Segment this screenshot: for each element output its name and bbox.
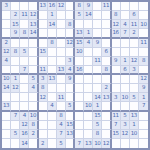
cell-r16c16[interactable] — [139, 139, 148, 148]
cell-r8c11[interactable] — [93, 66, 102, 75]
cell-r13c6[interactable] — [48, 112, 57, 121]
cell-r7c15[interactable]: 12 — [130, 57, 139, 66]
cell-r6c3[interactable]: 5 — [20, 48, 29, 57]
cell-r14c6[interactable] — [48, 121, 57, 130]
cell-r3c10[interactable] — [84, 20, 93, 29]
cell-r6c5[interactable]: 15 — [39, 48, 48, 57]
cell-r13c14[interactable]: 5 — [121, 112, 130, 121]
cell-r15c16[interactable] — [139, 130, 148, 139]
cell-r8c12[interactable]: 8 — [102, 66, 111, 75]
cell-r1c6[interactable]: 16 — [48, 2, 57, 11]
cell-r3c7[interactable] — [57, 20, 66, 29]
cell-r2c16[interactable] — [139, 11, 148, 20]
cell-r10c15[interactable] — [130, 84, 139, 93]
cell-r2c10[interactable]: 14 — [84, 11, 93, 20]
cell-r13c9[interactable] — [75, 112, 84, 121]
cell-r3c4[interactable]: 13 — [29, 20, 38, 29]
cell-r12c13[interactable] — [112, 102, 121, 111]
cell-r16c2[interactable] — [11, 139, 20, 148]
cell-r16c5[interactable]: 2 — [39, 139, 48, 148]
cell-r16c6[interactable] — [48, 139, 57, 148]
cell-r6c14[interactable] — [121, 48, 130, 57]
cell-r13c2[interactable]: 7 — [11, 112, 20, 121]
cell-r1c7[interactable]: 12 — [57, 2, 66, 11]
cell-r14c2[interactable] — [11, 121, 20, 130]
cell-r5c9[interactable]: 15 — [75, 39, 84, 48]
cell-r10c13[interactable] — [112, 84, 121, 93]
cell-r2c9[interactable]: 5 — [75, 11, 84, 20]
cell-r2c8[interactable] — [66, 11, 75, 20]
cell-r5c10[interactable]: 4 — [84, 39, 93, 48]
cell-r14c3[interactable]: 12 — [20, 121, 29, 130]
cell-r8c15[interactable]: 3 — [130, 66, 139, 75]
cell-r14c4[interactable]: 8 — [29, 121, 38, 130]
cell-r1c2[interactable] — [11, 2, 20, 11]
cell-r3c9[interactable] — [75, 20, 84, 29]
cell-r15c11[interactable]: 8 — [93, 130, 102, 139]
cell-r14c10[interactable] — [84, 121, 93, 130]
cell-r1c10[interactable]: 9 — [84, 2, 93, 11]
cell-r12c16[interactable]: 7 — [139, 102, 148, 111]
cell-r2c4[interactable]: 12 — [29, 11, 38, 20]
cell-r9c12[interactable] — [102, 75, 111, 84]
cell-r8c4[interactable] — [29, 66, 38, 75]
cell-r11c11[interactable]: 14 — [93, 93, 102, 102]
cell-r11c2[interactable] — [11, 93, 20, 102]
cell-r15c13[interactable]: 15 — [112, 130, 121, 139]
cell-r1c13[interactable] — [112, 2, 121, 11]
cell-r15c8[interactable]: 13 — [66, 130, 75, 139]
cell-r12c1[interactable]: 13 — [2, 102, 11, 111]
cell-r3c5[interactable] — [39, 20, 48, 29]
cell-r2c12[interactable] — [102, 11, 111, 20]
cell-r1c11[interactable] — [93, 2, 102, 11]
cell-r3c11[interactable] — [93, 20, 102, 29]
cell-r13c11[interactable]: 15 — [93, 112, 102, 121]
cell-r10c11[interactable] — [93, 84, 102, 93]
cell-r4c14[interactable]: 7 — [121, 29, 130, 38]
cell-r9c6[interactable]: 13 — [48, 75, 57, 84]
cell-r14c9[interactable] — [75, 121, 84, 130]
cell-r10c14[interactable] — [121, 84, 130, 93]
cell-r1c12[interactable]: 11 — [102, 2, 111, 11]
cell-r13c5[interactable] — [39, 112, 48, 121]
cell-r3c15[interactable]: 11 — [130, 20, 139, 29]
cell-r11c5[interactable]: 12 — [39, 93, 48, 102]
cell-r12c14[interactable] — [121, 102, 130, 111]
cell-r4c8[interactable] — [66, 29, 75, 38]
cell-r3c1[interactable] — [2, 20, 11, 29]
cell-r4c16[interactable] — [139, 29, 148, 38]
cell-r6c15[interactable] — [130, 48, 139, 57]
cell-r7c3[interactable] — [20, 57, 29, 66]
cell-r8c8[interactable]: 4 — [66, 66, 75, 75]
cell-r5c12[interactable] — [102, 39, 111, 48]
cell-r2c1[interactable] — [2, 11, 11, 20]
cell-r15c1[interactable] — [2, 130, 11, 139]
cell-r15c15[interactable]: 10 — [130, 130, 139, 139]
cell-r1c14[interactable] — [121, 2, 130, 11]
cell-r15c10[interactable] — [84, 130, 93, 139]
cell-r8c9[interactable]: 16 — [75, 66, 84, 75]
cell-r1c1[interactable]: 3 — [2, 2, 11, 11]
cell-r8c1[interactable] — [2, 66, 11, 75]
cell-r3c13[interactable]: 12 — [112, 20, 121, 29]
cell-r4c3[interactable]: 8 — [20, 29, 29, 38]
cell-r9c7[interactable] — [57, 75, 66, 84]
cell-r9c8[interactable]: 9 — [66, 75, 75, 84]
cell-r4c10[interactable]: 1 — [84, 29, 93, 38]
cell-r12c6[interactable]: 4 — [48, 102, 57, 111]
cell-r3c16[interactable]: 10 — [139, 20, 148, 29]
cell-r6c16[interactable] — [139, 48, 148, 57]
cell-r6c9[interactable]: 10 — [75, 48, 84, 57]
cell-r16c1[interactable] — [2, 139, 11, 148]
cell-r9c14[interactable] — [121, 75, 130, 84]
cell-r10c1[interactable]: 14 — [2, 84, 11, 93]
cell-r5c1[interactable]: 2 — [2, 39, 11, 48]
cell-r11c3[interactable] — [20, 93, 29, 102]
cell-r6c4[interactable] — [29, 48, 38, 57]
cell-r14c12[interactable] — [102, 121, 111, 130]
cell-r4c2[interactable]: 9 — [11, 29, 20, 38]
cell-r11c13[interactable]: 3 — [112, 93, 121, 102]
cell-r16c11[interactable]: 10 — [93, 139, 102, 148]
cell-r10c10[interactable] — [84, 84, 93, 93]
cell-r9c9[interactable] — [75, 75, 84, 84]
cell-r13c13[interactable]: 11 — [112, 112, 121, 121]
cell-r13c10[interactable] — [84, 112, 93, 121]
cell-r9c3[interactable] — [20, 75, 29, 84]
cell-r8c14[interactable]: 6 — [121, 66, 130, 75]
cell-r10c12[interactable]: 2 — [102, 84, 111, 93]
cell-r7c2[interactable] — [11, 57, 20, 66]
cell-r5c4[interactable] — [29, 39, 38, 48]
cell-r6c13[interactable] — [112, 48, 121, 57]
cell-r5c11[interactable]: 9 — [93, 39, 102, 48]
cell-r6c1[interactable]: 12 — [2, 48, 11, 57]
cell-r11c14[interactable]: 10 — [121, 93, 130, 102]
cell-r2c6[interactable]: 1 — [48, 11, 57, 20]
cell-r8c16[interactable] — [139, 66, 148, 75]
cell-r2c7[interactable] — [57, 11, 66, 20]
cell-r5c5[interactable] — [39, 39, 48, 48]
board: 3131612891121112151486151314812411109814… — [0, 0, 150, 150]
cell-r13c15[interactable]: 13 — [130, 112, 139, 121]
cell-r7c9[interactable] — [75, 57, 84, 66]
cell-r6c12[interactable]: 6 — [102, 48, 111, 57]
cell-r11c8[interactable] — [66, 93, 75, 102]
cell-r16c10[interactable]: 13 — [84, 139, 93, 148]
cell-r11c4[interactable] — [29, 93, 38, 102]
cell-r12c15[interactable] — [130, 102, 139, 111]
cell-r16c4[interactable] — [29, 139, 38, 148]
cell-r14c14[interactable]: 3 — [121, 121, 130, 130]
cell-r15c9[interactable] — [75, 130, 84, 139]
cell-r7c12[interactable] — [102, 57, 111, 66]
cell-r1c9[interactable]: 8 — [75, 2, 84, 11]
cell-r6c8[interactable] — [66, 48, 75, 57]
cell-r8c5[interactable]: 11 — [39, 66, 48, 75]
cell-r14c1[interactable] — [2, 121, 11, 130]
cell-r10c7[interactable] — [57, 84, 66, 93]
cell-r8c2[interactable] — [11, 66, 20, 75]
cell-r7c16[interactable]: 8 — [139, 57, 148, 66]
cell-r8c13[interactable] — [112, 66, 121, 75]
cell-r5c16[interactable]: 11 — [139, 39, 148, 48]
cell-r15c3[interactable]: 16 — [20, 130, 29, 139]
cell-r5c2[interactable] — [11, 39, 20, 48]
cell-r12c11[interactable]: 1 — [93, 102, 102, 111]
cell-r2c5[interactable] — [39, 11, 48, 20]
cell-r11c7[interactable]: 11 — [57, 93, 66, 102]
cell-r13c12[interactable] — [102, 112, 111, 121]
cell-r4c13[interactable]: 16 — [112, 29, 121, 38]
cell-r13c8[interactable] — [66, 112, 75, 121]
cell-r2c2[interactable]: 2 — [11, 11, 20, 20]
cell-r11c6[interactable] — [48, 93, 57, 102]
cell-r14c7[interactable]: 4 — [57, 121, 66, 130]
cell-r13c4[interactable]: 10 — [29, 112, 38, 121]
cell-r3c2[interactable]: 15 — [11, 20, 20, 29]
cell-r5c15[interactable] — [130, 39, 139, 48]
cell-r9c4[interactable]: 5 — [29, 75, 38, 84]
cell-r7c1[interactable]: 4 — [2, 57, 11, 66]
cell-r8c3[interactable]: 7 — [20, 66, 29, 75]
cell-r16c3[interactable]: 14 — [20, 139, 29, 148]
cell-r9c16[interactable]: 12 — [139, 75, 148, 84]
cell-r4c9[interactable]: 13 — [75, 29, 84, 38]
cell-r9c1[interactable]: 10 — [2, 75, 11, 84]
cell-r10c6[interactable] — [48, 84, 57, 93]
cell-r9c5[interactable]: 3 — [39, 75, 48, 84]
cell-r15c7[interactable]: 7 — [57, 130, 66, 139]
cell-r15c2[interactable]: 5 — [11, 130, 20, 139]
cell-r14c15[interactable]: 1 — [130, 121, 139, 130]
sudoku-stage: 3131612891121112151486151314812411109814… — [0, 0, 150, 150]
cell-r10c8[interactable] — [66, 84, 75, 93]
cell-r12c8[interactable]: 5 — [66, 102, 75, 111]
cell-r15c12[interactable] — [102, 130, 111, 139]
cell-r11c1[interactable] — [2, 93, 11, 102]
cell-r3c12[interactable] — [102, 20, 111, 29]
cell-r7c5[interactable] — [39, 57, 48, 66]
cell-r16c9[interactable]: 7 — [75, 139, 84, 148]
cell-r14c5[interactable] — [39, 121, 48, 130]
cell-r7c6[interactable] — [48, 57, 57, 66]
cell-r2c14[interactable] — [121, 11, 130, 20]
cell-r9c10[interactable] — [84, 75, 93, 84]
cell-r15c4[interactable]: 2 — [29, 130, 38, 139]
cell-r10c2[interactable]: 12 — [11, 84, 20, 93]
cell-r5c3[interactable] — [20, 39, 29, 48]
cell-r11c16[interactable]: 1 — [139, 93, 148, 102]
cell-r16c14[interactable] — [121, 139, 130, 148]
cell-r4c1[interactable] — [2, 29, 11, 38]
cell-r7c7[interactable] — [57, 57, 66, 66]
cell-r16c7[interactable]: 5 — [57, 139, 66, 148]
cell-r7c8[interactable]: 3 — [66, 57, 75, 66]
cell-r1c16[interactable] — [139, 2, 148, 11]
cell-r12c12[interactable] — [102, 102, 111, 111]
cell-r5c14[interactable] — [121, 39, 130, 48]
cell-r10c16[interactable]: 9 — [139, 84, 148, 93]
cell-r5c8[interactable]: 12 — [66, 39, 75, 48]
cell-r1c3[interactable] — [20, 2, 29, 11]
cell-r3c8[interactable]: 8 — [66, 20, 75, 29]
cell-r6c2[interactable]: 8 — [11, 48, 20, 57]
cell-r16c12[interactable]: 12 — [102, 139, 111, 148]
cell-r11c12[interactable]: 13 — [102, 93, 111, 102]
cell-r14c13[interactable]: 7 — [112, 121, 121, 130]
cell-r7c14[interactable]: 1 — [121, 57, 130, 66]
cell-r9c15[interactable] — [130, 75, 139, 84]
cell-r6c11[interactable] — [93, 48, 102, 57]
cell-r12c3[interactable] — [20, 102, 29, 111]
cell-r13c7[interactable]: 8 — [57, 112, 66, 121]
cell-r10c5[interactable]: 8 — [39, 84, 48, 93]
cell-r4c4[interactable]: 14 — [29, 29, 38, 38]
cell-r9c2[interactable]: 1 — [11, 75, 20, 84]
cell-r5c13[interactable] — [112, 39, 121, 48]
cell-r7c10[interactable] — [84, 57, 93, 66]
cell-r3c6[interactable]: 14 — [48, 20, 57, 29]
cell-r4c15[interactable]: 2 — [130, 29, 139, 38]
cell-r7c4[interactable] — [29, 57, 38, 66]
cell-r8c10[interactable] — [84, 66, 93, 75]
cell-r16c8[interactable] — [66, 139, 75, 148]
cell-r12c2[interactable] — [11, 102, 20, 111]
cell-r5c7[interactable] — [57, 39, 66, 48]
cell-r14c8[interactable]: 15 — [66, 121, 75, 130]
cell-r9c11[interactable] — [93, 75, 102, 84]
cell-r12c10[interactable]: 10 — [84, 102, 93, 111]
cell-r4c12[interactable] — [102, 29, 111, 38]
cell-r1c5[interactable]: 13 — [39, 2, 48, 11]
cell-r7c11[interactable]: 11 — [93, 57, 102, 66]
cell-r7c13[interactable]: 9 — [112, 57, 121, 66]
cell-r12c9[interactable] — [75, 102, 84, 111]
cell-r10c4[interactable]: 4 — [29, 84, 38, 93]
cell-r1c4[interactable] — [29, 2, 38, 11]
cell-r2c13[interactable]: 8 — [112, 11, 121, 20]
cell-r6c6[interactable] — [48, 48, 57, 57]
cell-r8c7[interactable]: 13 — [57, 66, 66, 75]
cell-r11c15[interactable]: 5 — [130, 93, 139, 102]
cell-r5c6[interactable]: 8 — [48, 39, 57, 48]
cell-r2c15[interactable]: 6 — [130, 11, 139, 20]
cell-r15c5[interactable] — [39, 130, 48, 139]
cell-r6c7[interactable] — [57, 48, 66, 57]
cell-r2c3[interactable]: 11 — [20, 11, 29, 20]
cell-r9c13[interactable] — [112, 75, 121, 84]
cell-r13c3[interactable]: 4 — [20, 112, 29, 121]
cell-r3c3[interactable] — [20, 20, 29, 29]
cell-r8c6[interactable] — [48, 66, 57, 75]
cell-r12c7[interactable] — [57, 102, 66, 111]
cell-r15c6[interactable] — [48, 130, 57, 139]
cell-r13c1[interactable] — [2, 112, 11, 121]
cell-r1c15[interactable] — [130, 2, 139, 11]
cell-r14c11[interactable]: 5 — [93, 121, 102, 130]
cell-r10c3[interactable] — [20, 84, 29, 93]
cell-r2c11[interactable] — [93, 11, 102, 20]
cell-r4c7[interactable] — [57, 29, 66, 38]
cell-r6c10[interactable] — [84, 48, 93, 57]
cell-r11c9[interactable] — [75, 93, 84, 102]
cell-r4c11[interactable] — [93, 29, 102, 38]
cell-r12c5[interactable] — [39, 102, 48, 111]
cell-r15c14[interactable]: 12 — [121, 130, 130, 139]
cell-r12c4[interactable] — [29, 102, 38, 111]
cell-r14c16[interactable] — [139, 121, 148, 130]
cell-r1c8[interactable] — [66, 2, 75, 11]
cell-r4c6[interactable] — [48, 29, 57, 38]
cell-r10c9[interactable] — [75, 84, 84, 93]
cell-r4c5[interactable] — [39, 29, 48, 38]
cell-r16c15[interactable] — [130, 139, 139, 148]
cell-r16c13[interactable] — [112, 139, 121, 148]
cell-r11c10[interactable] — [84, 93, 93, 102]
cell-r3c14[interactable]: 4 — [121, 20, 130, 29]
cell-r13c16[interactable] — [139, 112, 148, 121]
